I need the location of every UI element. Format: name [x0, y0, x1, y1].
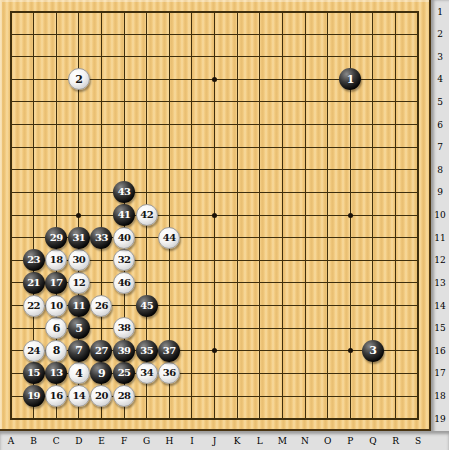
- grid-line-vertical: [395, 11, 396, 420]
- stone-45[interactable]: 45: [136, 295, 158, 317]
- stone-31[interactable]: 31: [68, 227, 90, 249]
- stone-7[interactable]: 7: [68, 340, 90, 362]
- move-number: 39: [118, 346, 131, 356]
- stone-23[interactable]: 23: [23, 249, 45, 271]
- column-label-J: J: [207, 436, 223, 446]
- stone-2[interactable]: 2: [68, 68, 90, 90]
- go-kifu-screenshot: 1234567891011121314151617181920212223242…: [0, 0, 449, 450]
- move-number: 1: [347, 74, 354, 85]
- move-number: 41: [118, 210, 131, 220]
- column-label-S: S: [410, 436, 426, 446]
- row-label-13: 13: [432, 278, 448, 288]
- column-label-I: I: [184, 436, 200, 446]
- move-number: 14: [72, 391, 85, 401]
- move-number: 43: [118, 187, 131, 197]
- stone-39[interactable]: 39: [113, 340, 135, 362]
- move-number: 8: [53, 345, 60, 356]
- move-number: 38: [118, 323, 131, 333]
- row-label-1: 1: [432, 7, 448, 17]
- stone-22[interactable]: 22: [23, 295, 45, 317]
- row-coordinate-strip: [431, 0, 449, 450]
- row-label-6: 6: [432, 120, 448, 130]
- row-label-4: 4: [432, 74, 448, 84]
- row-label-14: 14: [432, 301, 448, 311]
- stone-27[interactable]: 27: [90, 340, 112, 362]
- move-number: 37: [163, 346, 176, 356]
- column-label-B: B: [26, 436, 42, 446]
- grid-line-vertical: [237, 11, 238, 420]
- move-number: 19: [27, 391, 40, 401]
- stone-17[interactable]: 17: [45, 272, 67, 294]
- column-label-A: A: [3, 436, 19, 446]
- row-label-10: 10: [432, 210, 448, 220]
- move-number: 16: [50, 391, 63, 401]
- stone-32[interactable]: 32: [113, 249, 135, 271]
- stone-16[interactable]: 16: [45, 385, 67, 407]
- column-label-C: C: [48, 436, 64, 446]
- move-number: 42: [140, 210, 153, 220]
- move-number: 34: [140, 368, 153, 378]
- column-coordinate-strip: [0, 431, 449, 450]
- move-number: 40: [118, 233, 131, 243]
- move-number: 32: [118, 255, 131, 265]
- stone-9[interactable]: 9: [90, 362, 112, 384]
- stone-6[interactable]: 6: [45, 317, 67, 339]
- stone-21[interactable]: 21: [23, 272, 45, 294]
- grid-line-horizontal: [10, 418, 419, 420]
- row-label-2: 2: [432, 29, 448, 39]
- stone-18[interactable]: 18: [45, 249, 67, 271]
- column-label-D: D: [71, 436, 87, 446]
- move-number: 21: [27, 278, 40, 288]
- grid-line-vertical: [305, 11, 306, 420]
- row-label-5: 5: [432, 97, 448, 107]
- move-number: 22: [27, 301, 40, 311]
- move-number: 9: [98, 368, 105, 379]
- stone-30[interactable]: 30: [68, 249, 90, 271]
- move-number: 36: [163, 368, 176, 378]
- row-label-11: 11: [432, 233, 448, 243]
- row-label-8: 8: [432, 165, 448, 175]
- column-label-Q: Q: [365, 436, 381, 446]
- move-number: 29: [50, 233, 63, 243]
- move-number: 33: [95, 233, 108, 243]
- move-number: 17: [50, 278, 63, 288]
- column-label-P: P: [342, 436, 358, 446]
- stone-11[interactable]: 11: [68, 295, 90, 317]
- move-number: 11: [72, 301, 85, 311]
- move-number: 44: [163, 233, 176, 243]
- stone-46[interactable]: 46: [113, 272, 135, 294]
- star-point: [76, 213, 81, 218]
- move-number: 25: [118, 368, 131, 378]
- stone-4[interactable]: 4: [68, 362, 90, 384]
- star-point: [212, 348, 217, 353]
- stone-44[interactable]: 44: [158, 227, 180, 249]
- move-number: 46: [118, 278, 131, 288]
- star-point: [348, 213, 353, 218]
- move-number: 31: [72, 233, 85, 243]
- column-label-M: M: [274, 436, 290, 446]
- stone-1[interactable]: 1: [339, 68, 361, 90]
- move-number: 15: [27, 368, 40, 378]
- move-number: 2: [75, 74, 82, 85]
- star-point: [212, 213, 217, 218]
- move-number: 7: [75, 345, 82, 356]
- move-number: 3: [369, 345, 376, 356]
- stone-25[interactable]: 25: [113, 362, 135, 384]
- column-label-F: F: [116, 436, 132, 446]
- move-number: 12: [72, 278, 85, 288]
- row-label-3: 3: [432, 52, 448, 62]
- move-number: 27: [95, 346, 108, 356]
- column-label-O: O: [320, 436, 336, 446]
- star-point: [348, 348, 353, 353]
- column-label-H: H: [161, 436, 177, 446]
- move-number: 18: [50, 255, 63, 265]
- row-label-19: 19: [432, 414, 448, 424]
- move-number: 24: [27, 346, 40, 356]
- stone-3[interactable]: 3: [362, 340, 384, 362]
- column-label-L: L: [252, 436, 268, 446]
- stone-19[interactable]: 19: [23, 385, 45, 407]
- move-number: 28: [118, 391, 131, 401]
- column-label-G: G: [139, 436, 155, 446]
- grid-line-vertical: [282, 11, 283, 420]
- stone-36[interactable]: 36: [158, 362, 180, 384]
- column-label-E: E: [93, 436, 109, 446]
- move-number: 20: [95, 391, 108, 401]
- stone-38[interactable]: 38: [113, 317, 135, 339]
- column-label-K: K: [229, 436, 245, 446]
- move-number: 35: [140, 346, 153, 356]
- move-number: 6: [53, 323, 60, 334]
- column-label-N: N: [297, 436, 313, 446]
- move-number: 13: [50, 368, 63, 378]
- move-number: 23: [27, 255, 40, 265]
- stone-24[interactable]: 24: [23, 340, 45, 362]
- row-label-16: 16: [432, 346, 448, 356]
- stone-41[interactable]: 41: [113, 204, 135, 226]
- stone-26[interactable]: 26: [90, 295, 112, 317]
- move-number: 10: [50, 301, 63, 311]
- stone-33[interactable]: 33: [90, 227, 112, 249]
- stone-15[interactable]: 15: [23, 362, 45, 384]
- stone-43[interactable]: 43: [113, 181, 135, 203]
- stone-14[interactable]: 14: [68, 385, 90, 407]
- stone-34[interactable]: 34: [136, 362, 158, 384]
- stone-8[interactable]: 8: [45, 340, 67, 362]
- stone-5[interactable]: 5: [68, 317, 90, 339]
- go-board[interactable]: 1234567891011121314151617181920212223242…: [0, 0, 431, 431]
- row-label-18: 18: [432, 391, 448, 401]
- stone-13[interactable]: 13: [45, 362, 67, 384]
- move-number: 4: [75, 368, 82, 379]
- stone-12[interactable]: 12: [68, 272, 90, 294]
- stone-20[interactable]: 20: [90, 385, 112, 407]
- stone-29[interactable]: 29: [45, 227, 67, 249]
- stone-42[interactable]: 42: [136, 204, 158, 226]
- grid-line-vertical: [327, 11, 328, 420]
- stone-28[interactable]: 28: [113, 385, 135, 407]
- stone-40[interactable]: 40: [113, 227, 135, 249]
- stone-35[interactable]: 35: [136, 340, 158, 362]
- row-label-12: 12: [432, 255, 448, 265]
- move-number: 26: [95, 301, 108, 311]
- move-number: 5: [75, 323, 82, 334]
- grid-line-vertical: [417, 11, 419, 420]
- row-label-7: 7: [432, 142, 448, 152]
- star-point: [212, 77, 217, 82]
- row-label-17: 17: [432, 368, 448, 378]
- row-label-9: 9: [432, 187, 448, 197]
- move-number: 30: [72, 255, 85, 265]
- stone-10[interactable]: 10: [45, 295, 67, 317]
- row-label-15: 15: [432, 323, 448, 333]
- column-label-R: R: [388, 436, 404, 446]
- stone-37[interactable]: 37: [158, 340, 180, 362]
- grid-line-vertical: [259, 11, 260, 420]
- move-number: 45: [140, 301, 153, 311]
